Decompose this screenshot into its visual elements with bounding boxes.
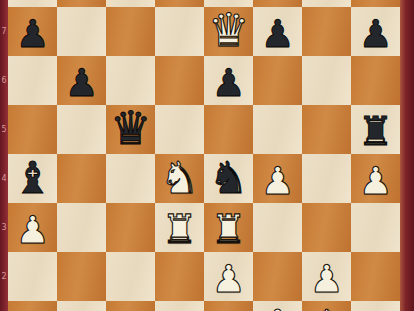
square-d2[interactable] xyxy=(155,252,204,301)
rank-label-5: 5 xyxy=(0,126,8,134)
square-c5[interactable]: ♛ xyxy=(106,105,155,154)
white-king-icon: ♚ xyxy=(302,304,351,311)
black-king-icon: ♚ xyxy=(302,0,351,5)
square-c2[interactable] xyxy=(106,252,155,301)
square-c3[interactable] xyxy=(106,203,155,252)
square-b8[interactable] xyxy=(57,0,106,7)
black-knight-icon: ♞ xyxy=(204,156,253,200)
square-b6[interactable]: ♟ xyxy=(57,56,106,105)
white-pawn-icon: ♟ xyxy=(302,260,351,298)
square-e5[interactable] xyxy=(204,105,253,154)
square-g5[interactable] xyxy=(302,105,351,154)
square-a5[interactable] xyxy=(8,105,57,154)
white-knight-icon: ♞ xyxy=(155,156,204,200)
square-e8[interactable] xyxy=(204,0,253,7)
square-f1[interactable]: ♝ xyxy=(253,301,302,311)
black-pawn-icon: ♟ xyxy=(57,64,106,102)
square-c1[interactable] xyxy=(106,301,155,311)
square-h8[interactable] xyxy=(351,0,400,7)
square-g4[interactable] xyxy=(302,154,351,203)
square-h7[interactable]: ♟ xyxy=(351,7,400,56)
square-f6[interactable] xyxy=(253,56,302,105)
black-pawn-icon: ♟ xyxy=(8,15,57,53)
rank-label-4: 4 xyxy=(0,175,8,183)
square-e1[interactable] xyxy=(204,301,253,311)
square-f5[interactable] xyxy=(253,105,302,154)
black-bishop-icon: ♝ xyxy=(8,156,57,200)
square-f4[interactable]: ♟ xyxy=(253,154,302,203)
white-pawn-icon: ♟ xyxy=(8,211,57,249)
white-queen-icon: ♛ xyxy=(204,7,253,53)
white-rook-icon: ♜ xyxy=(155,209,204,249)
black-pawn-icon: ♟ xyxy=(204,64,253,102)
black-pawn-icon: ♟ xyxy=(253,15,302,53)
square-g3[interactable] xyxy=(302,203,351,252)
square-g1[interactable]: ♚ xyxy=(302,301,351,311)
square-e2[interactable]: ♟ xyxy=(204,252,253,301)
square-h6[interactable] xyxy=(351,56,400,105)
square-f3[interactable] xyxy=(253,203,302,252)
square-f8[interactable] xyxy=(253,0,302,7)
square-d6[interactable] xyxy=(155,56,204,105)
square-c8[interactable] xyxy=(106,0,155,7)
square-a1[interactable] xyxy=(8,301,57,311)
square-b7[interactable] xyxy=(57,7,106,56)
square-a7[interactable]: ♟ xyxy=(8,7,57,56)
square-h1[interactable] xyxy=(351,301,400,311)
square-f2[interactable] xyxy=(253,252,302,301)
square-d3[interactable]: ♜ xyxy=(155,203,204,252)
black-rook-icon: ♜ xyxy=(8,0,57,5)
square-e6[interactable]: ♟ xyxy=(204,56,253,105)
square-a6[interactable] xyxy=(8,56,57,105)
square-b3[interactable] xyxy=(57,203,106,252)
square-h5[interactable]: ♜ xyxy=(351,105,400,154)
chess-diagram: 765432 ♜♚♟♛♟♟♟♟♛♜♝♞♞♟♟♟♜♜♟♟♝♚ xyxy=(0,0,414,311)
square-g8[interactable]: ♚ xyxy=(302,0,351,7)
black-rook-icon: ♜ xyxy=(351,111,400,151)
square-h3[interactable] xyxy=(351,203,400,252)
black-queen-icon: ♛ xyxy=(106,105,155,151)
board-frame-left xyxy=(0,0,8,311)
square-g2[interactable]: ♟ xyxy=(302,252,351,301)
square-a8[interactable]: ♜ xyxy=(8,0,57,7)
square-g6[interactable] xyxy=(302,56,351,105)
square-a4[interactable]: ♝ xyxy=(8,154,57,203)
board-frame-right xyxy=(400,0,414,311)
white-pawn-icon: ♟ xyxy=(351,162,400,200)
square-g7[interactable] xyxy=(302,7,351,56)
square-d5[interactable] xyxy=(155,105,204,154)
square-d8[interactable] xyxy=(155,0,204,7)
square-d1[interactable] xyxy=(155,301,204,311)
rank-label-2: 2 xyxy=(0,273,8,281)
square-e7[interactable]: ♛ xyxy=(204,7,253,56)
square-b5[interactable] xyxy=(57,105,106,154)
white-pawn-icon: ♟ xyxy=(253,162,302,200)
square-d7[interactable] xyxy=(155,7,204,56)
square-b2[interactable] xyxy=(57,252,106,301)
white-bishop-icon: ♝ xyxy=(253,304,302,311)
square-a3[interactable]: ♟ xyxy=(8,203,57,252)
square-h4[interactable]: ♟ xyxy=(351,154,400,203)
square-e4[interactable]: ♞ xyxy=(204,154,253,203)
square-b1[interactable] xyxy=(57,301,106,311)
square-b4[interactable] xyxy=(57,154,106,203)
black-pawn-icon: ♟ xyxy=(351,15,400,53)
square-h2[interactable] xyxy=(351,252,400,301)
white-rook-icon: ♜ xyxy=(204,209,253,249)
square-d4[interactable]: ♞ xyxy=(155,154,204,203)
rank-label-7: 7 xyxy=(0,28,8,36)
board-grid: ♜♚♟♛♟♟♟♟♛♜♝♞♞♟♟♟♜♜♟♟♝♚ xyxy=(8,0,400,311)
square-c4[interactable] xyxy=(106,154,155,203)
white-pawn-icon: ♟ xyxy=(204,260,253,298)
square-c6[interactable] xyxy=(106,56,155,105)
square-c7[interactable] xyxy=(106,7,155,56)
rank-label-6: 6 xyxy=(0,77,8,85)
square-f7[interactable]: ♟ xyxy=(253,7,302,56)
square-a2[interactable] xyxy=(8,252,57,301)
square-e3[interactable]: ♜ xyxy=(204,203,253,252)
rank-label-3: 3 xyxy=(0,224,8,232)
